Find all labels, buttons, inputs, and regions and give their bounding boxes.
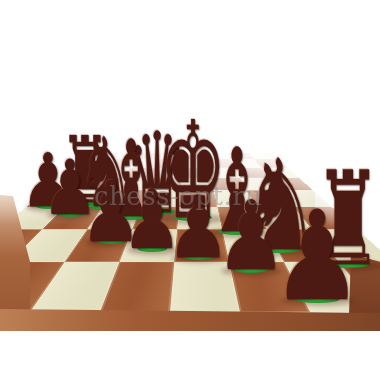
piece-pawn-g: ♟ [261, 194, 372, 301]
pawn-glyph: ♟ [271, 194, 362, 318]
chess-set-product-photo: ♟♟♜♞♟♝♟♛♚♟♝♟♞♟♜ chess-opt.ru [0, 0, 380, 380]
pieces-layer: ♟♟♜♞♟♝♟♛♚♟♝♟♞♟♜ [0, 0, 380, 380]
